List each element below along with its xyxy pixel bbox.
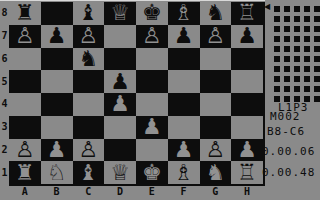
dot — [284, 6, 290, 12]
square-g7[interactable]: ♙ — [200, 25, 232, 48]
square-c3[interactable] — [73, 116, 105, 139]
white-queen-d1: ♕ — [110, 162, 130, 184]
square-h4[interactable] — [231, 93, 263, 116]
dot — [274, 86, 280, 92]
dot — [294, 6, 300, 12]
square-f5[interactable] — [168, 70, 200, 93]
square-d3[interactable] — [104, 116, 136, 139]
square-a3[interactable] — [9, 116, 41, 139]
white-pawn-b2: ♟ — [47, 139, 67, 161]
square-f6[interactable] — [168, 48, 200, 71]
square-a1[interactable]: ♜ — [9, 161, 41, 184]
dot — [284, 76, 290, 82]
square-a8[interactable]: ♜ — [9, 2, 41, 25]
dot — [294, 56, 300, 62]
square-h1[interactable]: ♖ — [231, 161, 263, 184]
white-king-e1: ♚ — [142, 162, 162, 184]
square-b5[interactable] — [41, 70, 73, 93]
black-knight-c6: ♞ — [79, 48, 99, 70]
rank-label-2: 2 — [0, 139, 9, 162]
dot — [304, 86, 310, 92]
square-d2[interactable] — [104, 139, 136, 162]
square-c8[interactable]: ♝ — [73, 2, 105, 25]
dot — [314, 16, 320, 22]
rank-label-1: 1 — [0, 161, 9, 184]
clock-top-readout: 0.00.06 — [262, 146, 315, 157]
move-indicator-arrow-icon: ◀ — [264, 2, 273, 11]
board-top-border-line — [0, 0, 265, 1]
white-pawn-e3: ♟ — [142, 116, 162, 138]
dot — [284, 26, 290, 32]
dot — [294, 66, 300, 72]
square-d4[interactable]: ♟ — [104, 93, 136, 116]
square-b4[interactable] — [41, 93, 73, 116]
square-e3[interactable]: ♟ — [136, 116, 168, 139]
rank-label-7: 7 — [0, 25, 9, 48]
square-c4[interactable] — [73, 93, 105, 116]
black-pawn-f7: ♟ — [174, 25, 194, 47]
dot — [314, 56, 320, 62]
square-f4[interactable] — [168, 93, 200, 116]
dot — [304, 6, 310, 12]
white-bishop-c1: ♝ — [79, 162, 99, 184]
square-g1[interactable]: ♞ — [200, 161, 232, 184]
square-b3[interactable] — [41, 116, 73, 139]
square-b6[interactable] — [41, 48, 73, 71]
dot — [284, 46, 290, 52]
square-e6[interactable] — [136, 48, 168, 71]
dot — [274, 56, 280, 62]
dot — [284, 86, 290, 92]
file-label-g: G — [200, 186, 232, 198]
dot — [274, 6, 280, 12]
square-h7[interactable]: ♟ — [231, 25, 263, 48]
black-bishop-f8: ♗ — [174, 2, 194, 24]
square-b7[interactable]: ♟ — [41, 25, 73, 48]
square-e2[interactable] — [136, 139, 168, 162]
file-label-f: F — [168, 186, 200, 198]
square-f1[interactable]: ♗ — [168, 161, 200, 184]
dot — [294, 36, 300, 42]
rank-label-8: 8 — [0, 2, 9, 25]
square-f2[interactable]: ♟ — [168, 139, 200, 162]
dot — [314, 6, 320, 12]
dot — [294, 86, 300, 92]
rank-label-6: 6 — [0, 48, 9, 71]
square-c5[interactable] — [73, 70, 105, 93]
clock-bottom-readout: 0.00.48 — [262, 167, 315, 178]
move-counter-readout: M002 — [270, 111, 301, 122]
square-g4[interactable] — [200, 93, 232, 116]
square-h3[interactable] — [231, 116, 263, 139]
white-pawn-c2: ♙ — [79, 139, 99, 161]
rank-label-4: 4 — [0, 93, 9, 116]
square-f7[interactable]: ♟ — [168, 25, 200, 48]
file-label-c: C — [73, 186, 105, 198]
square-h2[interactable]: ♟ — [231, 139, 263, 162]
square-c7[interactable]: ♙ — [73, 25, 105, 48]
dot — [284, 56, 290, 62]
dot — [294, 76, 300, 82]
dot — [274, 46, 280, 52]
square-b8[interactable] — [41, 2, 73, 25]
dot — [314, 36, 320, 42]
white-pawn-f2: ♟ — [174, 139, 194, 161]
file-label-d: D — [104, 186, 136, 198]
white-pawn-d4: ♟ — [110, 93, 130, 115]
file-label-a: A — [9, 186, 41, 198]
square-g2[interactable]: ♙ — [200, 139, 232, 162]
dot — [314, 76, 320, 82]
square-a4[interactable] — [9, 93, 41, 116]
square-e5[interactable] — [136, 70, 168, 93]
black-knight-g8: ♞ — [206, 2, 226, 24]
square-c2[interactable]: ♙ — [73, 139, 105, 162]
square-e8[interactable]: ♚ — [136, 2, 168, 25]
rank-label-3: 3 — [0, 116, 9, 139]
dot — [304, 36, 310, 42]
dot — [294, 46, 300, 52]
dot — [314, 66, 320, 72]
square-a5[interactable] — [9, 70, 41, 93]
square-h5[interactable] — [231, 70, 263, 93]
square-e1[interactable]: ♚ — [136, 161, 168, 184]
dot — [304, 26, 310, 32]
black-king-e8: ♚ — [142, 2, 162, 24]
dot — [304, 46, 310, 52]
dot — [314, 26, 320, 32]
file-label-h: H — [231, 186, 263, 198]
dot — [314, 96, 320, 102]
square-d7[interactable] — [104, 25, 136, 48]
dot — [284, 36, 290, 42]
file-labels: ABCDEFGH — [9, 186, 263, 198]
square-c6[interactable]: ♞ — [73, 48, 105, 71]
black-pawn-b7: ♟ — [47, 25, 67, 47]
square-b2[interactable]: ♟ — [41, 139, 73, 162]
file-label-e: E — [136, 186, 168, 198]
square-g8[interactable]: ♞ — [200, 2, 232, 25]
square-d1[interactable]: ♕ — [104, 161, 136, 184]
square-c1[interactable]: ♝ — [73, 161, 105, 184]
dot — [304, 56, 310, 62]
square-e4[interactable] — [136, 93, 168, 116]
dot — [274, 66, 280, 72]
rank-labels: 87654321 — [0, 2, 9, 184]
file-label-b: B — [41, 186, 73, 198]
dot — [274, 36, 280, 42]
dot — [284, 16, 290, 22]
dot — [294, 16, 300, 22]
square-h6[interactable] — [231, 48, 263, 71]
black-rook-a8: ♜ — [15, 2, 35, 24]
dot — [284, 66, 290, 72]
white-pawn-g2: ♙ — [206, 139, 226, 161]
dot — [294, 26, 300, 32]
square-h8[interactable]: ♖ — [231, 2, 263, 25]
square-f3[interactable] — [168, 116, 200, 139]
black-rook-h8: ♖ — [237, 2, 257, 24]
dot — [304, 66, 310, 72]
dot — [274, 26, 280, 32]
white-rook-a1: ♜ — [15, 162, 35, 184]
square-g3[interactable] — [200, 116, 232, 139]
white-pawn-a2: ♙ — [15, 139, 35, 161]
white-bishop-f1: ♗ — [174, 162, 194, 184]
last-move-readout: B8-C6 — [267, 126, 305, 137]
dot — [304, 16, 310, 22]
dot — [314, 46, 320, 52]
square-b1[interactable]: ♘ — [41, 161, 73, 184]
dot-grid-pattern — [274, 6, 320, 102]
square-e7[interactable]: ♙ — [136, 25, 168, 48]
white-rook-h1: ♖ — [237, 162, 257, 184]
black-queen-d8: ♕ — [110, 2, 130, 24]
dot — [274, 16, 280, 22]
square-d6[interactable] — [104, 48, 136, 71]
white-knight-b1: ♘ — [47, 162, 67, 184]
square-a7[interactable]: ♙ — [9, 25, 41, 48]
black-pawn-g7: ♙ — [206, 25, 226, 47]
square-f8[interactable]: ♗ — [168, 2, 200, 25]
square-g5[interactable] — [200, 70, 232, 93]
board-right-border-line — [263, 2, 265, 186]
dot — [274, 76, 280, 82]
white-knight-g1: ♞ — [206, 162, 226, 184]
dot — [314, 86, 320, 92]
black-pawn-c7: ♙ — [79, 25, 99, 47]
square-d5[interactable]: ♟ — [104, 70, 136, 93]
dot — [304, 76, 310, 82]
square-g6[interactable] — [200, 48, 232, 71]
black-bishop-c8: ♝ — [79, 2, 99, 24]
square-a2[interactable]: ♙ — [9, 139, 41, 162]
rank-label-5: 5 — [0, 70, 9, 93]
board: ♜♝♕♚♗♞♖♙♟♙♙♟♙♟♞♟♟♟♙♟♙♟♙♟♜♘♝♕♚♗♞♖ — [9, 2, 263, 184]
white-pawn-h2: ♟ — [237, 139, 257, 161]
square-a6[interactable] — [9, 48, 41, 71]
black-pawn-d5: ♟ — [110, 71, 130, 93]
black-pawn-e7: ♙ — [142, 25, 162, 47]
square-d8[interactable]: ♕ — [104, 2, 136, 25]
black-pawn-a7: ♙ — [15, 25, 35, 47]
black-pawn-h7: ♟ — [237, 25, 257, 47]
